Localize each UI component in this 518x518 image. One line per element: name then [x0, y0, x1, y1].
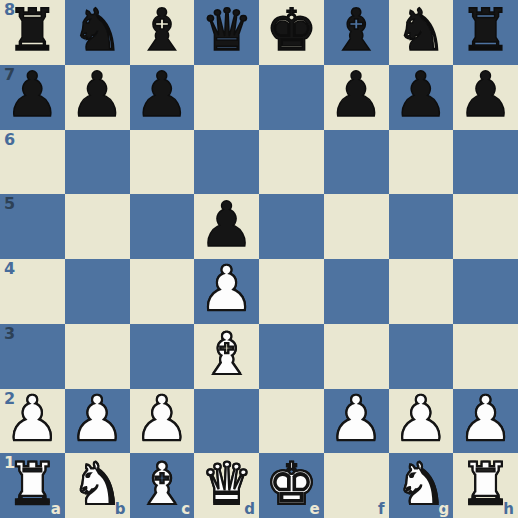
square-h4[interactable]: [453, 259, 518, 324]
square-f8[interactable]: ♝: [324, 0, 389, 65]
black-king[interactable]: ♚: [265, 1, 317, 59]
square-e5[interactable]: [259, 194, 324, 259]
square-d8[interactable]: ♛: [194, 0, 259, 65]
rank-label-4: 4: [4, 259, 15, 279]
square-e8[interactable]: ♚: [259, 0, 324, 65]
black-pawn[interactable]: ♟: [393, 64, 449, 126]
square-f5[interactable]: [324, 194, 389, 259]
file-label-f: f: [378, 500, 385, 518]
square-b7[interactable]: ♟: [65, 65, 130, 130]
white-king[interactable]: ♚: [265, 455, 317, 513]
square-a1[interactable]: 1a♜: [0, 453, 65, 518]
square-a5[interactable]: 5: [0, 194, 65, 259]
square-e6[interactable]: [259, 130, 324, 195]
square-d3[interactable]: ♝: [194, 324, 259, 389]
square-h5[interactable]: [453, 194, 518, 259]
square-c5[interactable]: [130, 194, 195, 259]
black-rook[interactable]: ♜: [6, 1, 58, 59]
black-pawn[interactable]: ♟: [328, 64, 384, 126]
white-pawn[interactable]: ♟: [458, 388, 514, 450]
black-bishop[interactable]: ♝: [330, 1, 382, 59]
square-h6[interactable]: [453, 130, 518, 195]
black-pawn[interactable]: ♟: [69, 64, 125, 126]
square-a7[interactable]: 7♟: [0, 65, 65, 130]
white-pawn[interactable]: ♟: [328, 388, 384, 450]
square-e1[interactable]: e♚: [259, 453, 324, 518]
square-b2[interactable]: ♟: [65, 389, 130, 454]
square-g5[interactable]: [389, 194, 454, 259]
white-rook[interactable]: ♜: [6, 455, 58, 513]
square-d7[interactable]: [194, 65, 259, 130]
square-a8[interactable]: 8♜: [0, 0, 65, 65]
black-pawn[interactable]: ♟: [199, 194, 255, 256]
square-e3[interactable]: [259, 324, 324, 389]
black-pawn[interactable]: ♟: [134, 64, 190, 126]
square-c8[interactable]: ♝: [130, 0, 195, 65]
square-h3[interactable]: [453, 324, 518, 389]
square-g7[interactable]: ♟: [389, 65, 454, 130]
white-bishop[interactable]: ♝: [201, 325, 253, 383]
square-g2[interactable]: ♟: [389, 389, 454, 454]
square-g8[interactable]: ♞: [389, 0, 454, 65]
white-knight[interactable]: ♞: [395, 455, 447, 513]
square-e7[interactable]: [259, 65, 324, 130]
square-g3[interactable]: [389, 324, 454, 389]
white-queen[interactable]: ♛: [201, 455, 253, 513]
square-b3[interactable]: [65, 324, 130, 389]
black-knight[interactable]: ♞: [71, 1, 123, 59]
white-pawn[interactable]: ♟: [199, 258, 255, 320]
square-d6[interactable]: [194, 130, 259, 195]
square-e4[interactable]: [259, 259, 324, 324]
white-pawn[interactable]: ♟: [5, 388, 61, 450]
square-f6[interactable]: [324, 130, 389, 195]
square-a6[interactable]: 6: [0, 130, 65, 195]
rank-label-3: 3: [4, 324, 15, 344]
square-c7[interactable]: ♟: [130, 65, 195, 130]
square-c2[interactable]: ♟: [130, 389, 195, 454]
square-c3[interactable]: [130, 324, 195, 389]
square-b1[interactable]: b♞: [65, 453, 130, 518]
square-b8[interactable]: ♞: [65, 0, 130, 65]
black-knight[interactable]: ♞: [395, 1, 447, 59]
square-d1[interactable]: d♛: [194, 453, 259, 518]
square-h8[interactable]: ♜: [453, 0, 518, 65]
black-queen[interactable]: ♛: [201, 1, 253, 59]
square-g4[interactable]: [389, 259, 454, 324]
square-g1[interactable]: g♞: [389, 453, 454, 518]
black-bishop[interactable]: ♝: [136, 1, 188, 59]
square-h7[interactable]: ♟: [453, 65, 518, 130]
white-knight[interactable]: ♞: [71, 455, 123, 513]
square-h1[interactable]: h♜: [453, 453, 518, 518]
square-d2[interactable]: [194, 389, 259, 454]
white-bishop[interactable]: ♝: [136, 455, 188, 513]
white-rook[interactable]: ♜: [460, 455, 512, 513]
white-pawn[interactable]: ♟: [69, 388, 125, 450]
square-h2[interactable]: ♟: [453, 389, 518, 454]
square-d5[interactable]: ♟: [194, 194, 259, 259]
square-c4[interactable]: [130, 259, 195, 324]
rank-label-5: 5: [4, 194, 15, 214]
square-f3[interactable]: [324, 324, 389, 389]
square-b4[interactable]: [65, 259, 130, 324]
square-a4[interactable]: 4: [0, 259, 65, 324]
square-f1[interactable]: f: [324, 453, 389, 518]
black-pawn[interactable]: ♟: [5, 64, 61, 126]
chess-board: 8♜♞♝♛♚♝♞♜7♟♟♟♟♟♟65♟4♟3♝2♟♟♟♟♟♟1a♜b♞c♝d♛e…: [0, 0, 518, 518]
black-pawn[interactable]: ♟: [458, 64, 514, 126]
rank-label-6: 6: [4, 130, 15, 150]
square-c1[interactable]: c♝: [130, 453, 195, 518]
square-a3[interactable]: 3: [0, 324, 65, 389]
square-d4[interactable]: ♟: [194, 259, 259, 324]
square-f4[interactable]: [324, 259, 389, 324]
white-pawn[interactable]: ♟: [134, 388, 190, 450]
square-f7[interactable]: ♟: [324, 65, 389, 130]
white-pawn[interactable]: ♟: [393, 388, 449, 450]
square-c6[interactable]: [130, 130, 195, 195]
black-rook[interactable]: ♜: [460, 1, 512, 59]
square-e2[interactable]: [259, 389, 324, 454]
square-g6[interactable]: [389, 130, 454, 195]
square-b6[interactable]: [65, 130, 130, 195]
square-b5[interactable]: [65, 194, 130, 259]
square-f2[interactable]: ♟: [324, 389, 389, 454]
square-a2[interactable]: 2♟: [0, 389, 65, 454]
